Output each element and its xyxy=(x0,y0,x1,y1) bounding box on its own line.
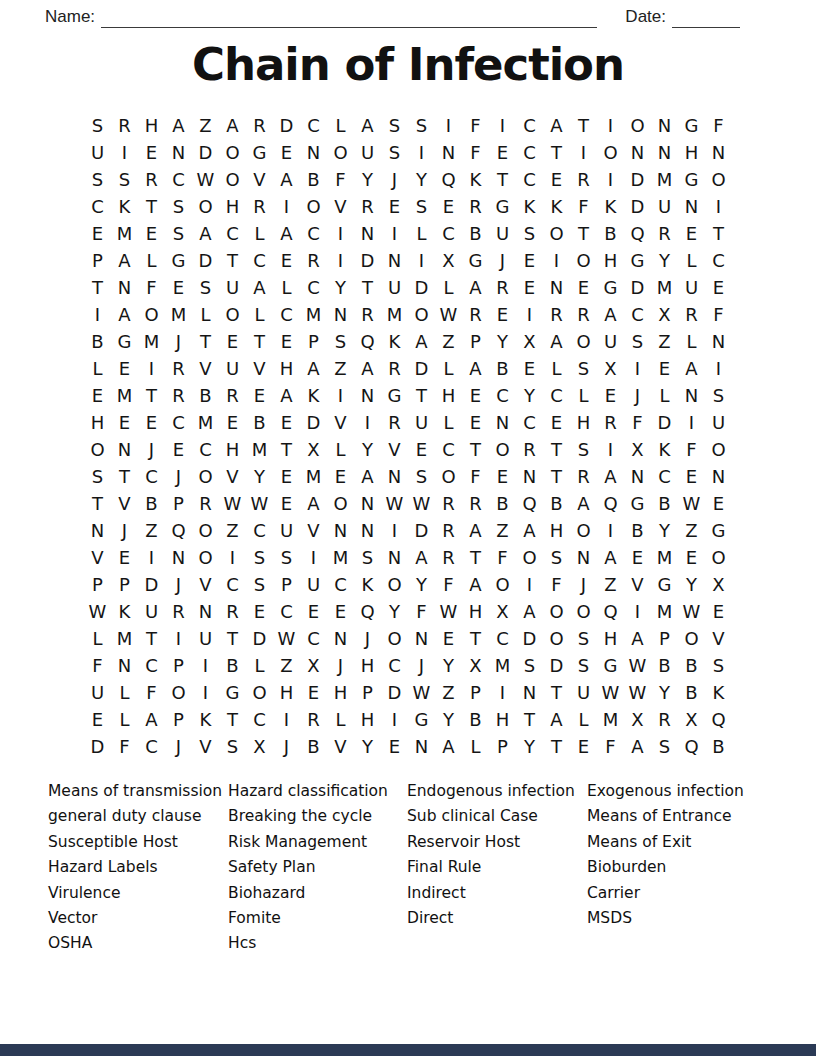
grid-cell: Q xyxy=(597,598,624,625)
grid-cell: I xyxy=(408,139,435,166)
grid-cell: L xyxy=(435,274,462,301)
grid-cell: Y xyxy=(246,463,273,490)
grid-cell: K xyxy=(111,193,138,220)
grid-cell: C xyxy=(300,112,327,139)
grid-cell: N xyxy=(327,301,354,328)
grid-cell: Z xyxy=(192,112,219,139)
grid-cell: N xyxy=(651,139,678,166)
grid-cell: W xyxy=(408,490,435,517)
grid-cell: S xyxy=(516,220,543,247)
grid-cell: X xyxy=(435,247,462,274)
grid-cell: I xyxy=(516,571,543,598)
grid-cell: E xyxy=(462,409,489,436)
grid-cell: P xyxy=(489,733,516,760)
grid-cell: A xyxy=(165,112,192,139)
word-list-item: Hcs xyxy=(228,931,407,956)
grid-cell: R xyxy=(516,436,543,463)
grid-cell: Y xyxy=(435,652,462,679)
grid-cell: E xyxy=(300,679,327,706)
grid-cell: N xyxy=(354,220,381,247)
grid-cell: A xyxy=(462,571,489,598)
grid-cell: E xyxy=(381,193,408,220)
grid-cell: C xyxy=(219,571,246,598)
grid-cell: E xyxy=(300,598,327,625)
grid-cell: E xyxy=(678,544,705,571)
grid-cell: B xyxy=(651,652,678,679)
grid-cell: L xyxy=(192,301,219,328)
grid-cell: I xyxy=(138,355,165,382)
page-title: Chain of Infection xyxy=(0,38,816,91)
grid-cell: E xyxy=(597,382,624,409)
grid-cell: I xyxy=(165,625,192,652)
grid-cell: C xyxy=(516,112,543,139)
grid-cell: A xyxy=(408,544,435,571)
grid-cell: W xyxy=(435,598,462,625)
grid-cell: E xyxy=(84,220,111,247)
grid-cell: H xyxy=(273,679,300,706)
grid-cell: R xyxy=(543,301,570,328)
grid-cell: N xyxy=(381,247,408,274)
grid-cell: B xyxy=(462,220,489,247)
grid-cell: F xyxy=(462,139,489,166)
grid-cell: S xyxy=(624,328,651,355)
grid-cell: E xyxy=(219,409,246,436)
grid-cell: V xyxy=(327,733,354,760)
grid-cell: S xyxy=(246,544,273,571)
grid-cell: U xyxy=(651,193,678,220)
grid-cell: E xyxy=(273,328,300,355)
grid-cell: E xyxy=(543,409,570,436)
grid-cell: N xyxy=(165,139,192,166)
grid-cell: U xyxy=(273,517,300,544)
grid-cell: D xyxy=(354,247,381,274)
grid-cell: C xyxy=(219,220,246,247)
grid-cell: D xyxy=(543,652,570,679)
grid-cell: F xyxy=(570,193,597,220)
grid-cell: I xyxy=(327,220,354,247)
grid-cell: Z xyxy=(219,517,246,544)
grid-cell: O xyxy=(165,679,192,706)
word-search-grid: SRHAZARDCLASSIFICATIONGFUIENDOGENOUSINFE… xyxy=(84,112,732,760)
grid-cell: C xyxy=(138,733,165,760)
word-list-column: Hazard classificationBreaking the cycleR… xyxy=(228,779,407,957)
grid-cell: I xyxy=(354,409,381,436)
grid-cell: C xyxy=(435,220,462,247)
grid-cell: T xyxy=(408,382,435,409)
grid-cell: N xyxy=(408,733,435,760)
grid-cell: A xyxy=(462,517,489,544)
grid-cell: I xyxy=(489,679,516,706)
grid-cell: C xyxy=(651,463,678,490)
grid-cell: G xyxy=(381,382,408,409)
grid-cell: E xyxy=(489,463,516,490)
grid-cell: E xyxy=(516,247,543,274)
word-list-item: Risk Management xyxy=(228,830,407,855)
grid-cell: A xyxy=(273,166,300,193)
word-list-item: Hazard Labels xyxy=(48,855,228,880)
grid-cell: R xyxy=(381,355,408,382)
grid-cell: D xyxy=(84,733,111,760)
grid-cell: S xyxy=(381,139,408,166)
grid-cell: N xyxy=(354,382,381,409)
grid-cell: S xyxy=(408,193,435,220)
grid-cell: J xyxy=(165,571,192,598)
grid-cell: E xyxy=(111,355,138,382)
grid-cell: B xyxy=(138,490,165,517)
grid-cell: E xyxy=(138,220,165,247)
grid-cell: G xyxy=(462,247,489,274)
grid-cell: X xyxy=(597,355,624,382)
grid-cell: U xyxy=(84,139,111,166)
grid-cell: Y xyxy=(489,328,516,355)
grid-cell: S xyxy=(273,544,300,571)
grid-cell: L xyxy=(678,328,705,355)
grid-cell: H xyxy=(489,706,516,733)
grid-cell: Y xyxy=(408,571,435,598)
grid-cell: N xyxy=(381,463,408,490)
grid-cell: Y xyxy=(516,382,543,409)
grid-cell: U xyxy=(381,274,408,301)
grid-cell: B xyxy=(300,166,327,193)
grid-cell: Z xyxy=(435,328,462,355)
grid-cell: N xyxy=(327,517,354,544)
grid-cell: K xyxy=(597,193,624,220)
grid-cell: C xyxy=(246,706,273,733)
grid-cell: X xyxy=(705,571,732,598)
grid-cell: P xyxy=(84,247,111,274)
grid-cell: V xyxy=(327,409,354,436)
grid-cell: W xyxy=(678,490,705,517)
grid-cell: R xyxy=(300,247,327,274)
grid-cell: I xyxy=(327,247,354,274)
grid-cell: S xyxy=(570,355,597,382)
grid-cell: G xyxy=(705,517,732,544)
grid-cell: W xyxy=(435,301,462,328)
grid-cell: T xyxy=(462,625,489,652)
grid-cell: M xyxy=(246,436,273,463)
grid-cell: N xyxy=(300,139,327,166)
grid-cell: M xyxy=(300,463,327,490)
grid-cell: X xyxy=(462,652,489,679)
grid-cell: T xyxy=(219,706,246,733)
grid-cell: R xyxy=(597,409,624,436)
grid-cell: T xyxy=(570,220,597,247)
grid-cell: Q xyxy=(516,490,543,517)
word-list-item: Endogenous infection xyxy=(407,779,587,804)
grid-cell: R xyxy=(354,193,381,220)
grid-cell: O xyxy=(138,301,165,328)
word-list-item: Carrier xyxy=(587,881,786,906)
grid-cell: Y xyxy=(678,571,705,598)
grid-cell: E xyxy=(84,382,111,409)
grid-cell: G xyxy=(165,247,192,274)
grid-cell: I xyxy=(381,517,408,544)
grid-cell: R xyxy=(435,517,462,544)
grid-cell: X xyxy=(678,706,705,733)
grid-cell: C xyxy=(165,166,192,193)
grid-cell: S xyxy=(408,112,435,139)
name-label: Name: xyxy=(45,6,95,28)
grid-cell: C xyxy=(246,247,273,274)
grid-cell: D xyxy=(192,139,219,166)
grid-cell: O xyxy=(192,544,219,571)
grid-cell: D xyxy=(624,274,651,301)
grid-cell: R xyxy=(165,598,192,625)
grid-cell: S xyxy=(705,382,732,409)
grid-cell: O xyxy=(408,301,435,328)
grid-cell: X xyxy=(624,706,651,733)
word-list-item: Vector xyxy=(48,906,228,931)
grid-cell: I xyxy=(219,544,246,571)
grid-cell: P xyxy=(354,679,381,706)
grid-cell: U xyxy=(678,274,705,301)
grid-cell: Y xyxy=(354,166,381,193)
word-list-column: Endogenous infectionSub clinical CaseRes… xyxy=(407,779,587,957)
grid-cell: A xyxy=(462,355,489,382)
grid-cell: D xyxy=(624,193,651,220)
grid-cell: C xyxy=(300,274,327,301)
grid-cell: N xyxy=(624,139,651,166)
word-list-item: Exogenous infection xyxy=(587,779,786,804)
word-list-item: Biohazard xyxy=(228,881,407,906)
grid-cell: X xyxy=(489,598,516,625)
grid-cell: W xyxy=(408,679,435,706)
grid-cell: C xyxy=(381,652,408,679)
grid-cell: I xyxy=(705,193,732,220)
grid-cell: S xyxy=(84,166,111,193)
grid-cell: N xyxy=(354,490,381,517)
grid-cell: I xyxy=(381,220,408,247)
grid-cell: U xyxy=(705,409,732,436)
grid-cell: L xyxy=(408,220,435,247)
grid-cell: P xyxy=(462,679,489,706)
grid-cell: Q xyxy=(435,166,462,193)
word-list-item: OSHA xyxy=(48,931,228,956)
grid-cell: P xyxy=(111,571,138,598)
grid-cell: Z xyxy=(678,517,705,544)
grid-cell: O xyxy=(624,112,651,139)
grid-cell: P xyxy=(165,706,192,733)
grid-cell: I xyxy=(516,301,543,328)
grid-cell: Y xyxy=(408,166,435,193)
grid-cell: A xyxy=(354,463,381,490)
grid-cell: O xyxy=(192,193,219,220)
grid-cell: L xyxy=(327,436,354,463)
grid-cell: K xyxy=(300,382,327,409)
grid-cell: C xyxy=(300,625,327,652)
grid-cell: B xyxy=(543,490,570,517)
grid-cell: V xyxy=(192,733,219,760)
grid-cell: Z xyxy=(138,517,165,544)
grid-cell: I xyxy=(435,112,462,139)
grid-cell: L xyxy=(84,625,111,652)
word-list-item: Hazard classification xyxy=(228,779,407,804)
word-list-item: Means of Exit xyxy=(587,830,786,855)
grid-cell: N xyxy=(354,517,381,544)
grid-cell: U xyxy=(138,598,165,625)
grid-cell: J xyxy=(165,328,192,355)
grid-cell: E xyxy=(516,355,543,382)
grid-cell: G xyxy=(678,166,705,193)
grid-cell: M xyxy=(111,382,138,409)
grid-cell: Z xyxy=(327,355,354,382)
grid-cell: I xyxy=(381,706,408,733)
grid-cell: N xyxy=(570,544,597,571)
grid-cell: H xyxy=(138,112,165,139)
grid-cell: O xyxy=(516,544,543,571)
grid-cell: A xyxy=(354,112,381,139)
grid-cell: E xyxy=(570,733,597,760)
grid-cell: C xyxy=(273,301,300,328)
grid-cell: U xyxy=(192,625,219,652)
grid-cell: S xyxy=(570,436,597,463)
grid-cell: D xyxy=(273,112,300,139)
grid-cell: D xyxy=(408,517,435,544)
grid-cell: I xyxy=(597,517,624,544)
grid-cell: Z xyxy=(597,571,624,598)
grid-cell: I xyxy=(570,139,597,166)
grid-cell: A xyxy=(543,328,570,355)
grid-cell: H xyxy=(435,382,462,409)
grid-cell: E xyxy=(273,247,300,274)
grid-cell: Q xyxy=(165,517,192,544)
grid-cell: N xyxy=(705,463,732,490)
grid-cell: N xyxy=(489,409,516,436)
grid-cell: G xyxy=(651,571,678,598)
grid-cell: R xyxy=(246,193,273,220)
grid-cell: B xyxy=(300,733,327,760)
grid-cell: N xyxy=(543,274,570,301)
grid-cell: R xyxy=(435,490,462,517)
grid-cell: T xyxy=(192,328,219,355)
grid-cell: T xyxy=(516,706,543,733)
grid-cell: A xyxy=(435,733,462,760)
grid-cell: C xyxy=(300,220,327,247)
grid-cell: F xyxy=(462,463,489,490)
grid-cell: I xyxy=(624,598,651,625)
grid-cell: E xyxy=(246,598,273,625)
grid-cell: L xyxy=(435,409,462,436)
grid-cell: M xyxy=(381,301,408,328)
grid-cell: Z xyxy=(435,679,462,706)
grid-cell: I xyxy=(192,652,219,679)
grid-cell: A xyxy=(273,220,300,247)
grid-cell: A xyxy=(111,301,138,328)
grid-cell: S xyxy=(84,463,111,490)
grid-cell: E xyxy=(381,733,408,760)
grid-cell: E xyxy=(273,463,300,490)
grid-cell: R xyxy=(462,490,489,517)
grid-cell: C xyxy=(489,382,516,409)
grid-cell: B xyxy=(462,706,489,733)
grid-cell: W xyxy=(84,598,111,625)
grid-cell: A xyxy=(300,355,327,382)
grid-cell: H xyxy=(354,706,381,733)
grid-cell: P xyxy=(84,571,111,598)
grid-cell: M xyxy=(651,544,678,571)
grid-cell: O xyxy=(300,193,327,220)
grid-cell: N xyxy=(381,544,408,571)
grid-cell: O xyxy=(705,166,732,193)
grid-cell: O xyxy=(543,598,570,625)
grid-cell: F xyxy=(111,733,138,760)
grid-cell: O xyxy=(570,328,597,355)
grid-cell: M xyxy=(300,301,327,328)
grid-cell: T xyxy=(138,382,165,409)
grid-cell: P xyxy=(273,571,300,598)
grid-cell: S xyxy=(408,463,435,490)
grid-cell: R xyxy=(219,598,246,625)
grid-cell: I xyxy=(138,544,165,571)
grid-cell: F xyxy=(435,571,462,598)
grid-cell: T xyxy=(543,679,570,706)
grid-cell: R xyxy=(300,706,327,733)
word-list-item: Sub clinical Case xyxy=(407,804,587,829)
grid-cell: L xyxy=(435,355,462,382)
grid-cell: I xyxy=(624,355,651,382)
grid-cell: F xyxy=(678,436,705,463)
grid-cell: B xyxy=(678,679,705,706)
grid-cell: R xyxy=(489,274,516,301)
grid-cell: O xyxy=(705,544,732,571)
grid-cell: I xyxy=(273,193,300,220)
grid-cell: S xyxy=(570,652,597,679)
grid-cell: T xyxy=(354,274,381,301)
grid-cell: I xyxy=(597,112,624,139)
grid-cell: O xyxy=(489,571,516,598)
grid-cell: X xyxy=(624,436,651,463)
grid-cell: F xyxy=(597,733,624,760)
grid-cell: O xyxy=(381,625,408,652)
grid-cell: L xyxy=(111,679,138,706)
grid-cell: L xyxy=(111,706,138,733)
grid-cell: E xyxy=(246,382,273,409)
grid-cell: N xyxy=(516,679,543,706)
grid-cell: L xyxy=(651,382,678,409)
word-list-item: general duty clause xyxy=(48,804,228,829)
grid-cell: T xyxy=(273,436,300,463)
grid-cell: E xyxy=(705,274,732,301)
grid-cell: K xyxy=(543,193,570,220)
word-list-column: Exogenous infectionMeans of EntranceMean… xyxy=(587,779,786,957)
word-list-item: Means of transmission xyxy=(48,779,228,804)
grid-cell: I xyxy=(597,436,624,463)
grid-cell: D xyxy=(408,274,435,301)
grid-cell: T xyxy=(543,733,570,760)
word-list-item: Indirect xyxy=(407,881,587,906)
grid-cell: Y xyxy=(381,598,408,625)
word-list-item: MSDS xyxy=(587,906,786,931)
grid-cell: J xyxy=(165,733,192,760)
grid-cell: B xyxy=(192,382,219,409)
grid-cell: O xyxy=(543,625,570,652)
grid-cell: E xyxy=(273,490,300,517)
grid-cell: B xyxy=(84,328,111,355)
grid-cell: S xyxy=(354,544,381,571)
grid-cell: A xyxy=(597,463,624,490)
footer-bar xyxy=(0,1044,816,1056)
grid-cell: J xyxy=(138,436,165,463)
grid-cell: G xyxy=(219,679,246,706)
grid-cell: T xyxy=(543,139,570,166)
grid-cell: I xyxy=(705,355,732,382)
grid-cell: R xyxy=(570,301,597,328)
grid-cell: L xyxy=(246,220,273,247)
grid-cell: G xyxy=(408,706,435,733)
grid-cell: T xyxy=(111,463,138,490)
grid-cell: G xyxy=(111,328,138,355)
grid-cell: V xyxy=(624,571,651,598)
